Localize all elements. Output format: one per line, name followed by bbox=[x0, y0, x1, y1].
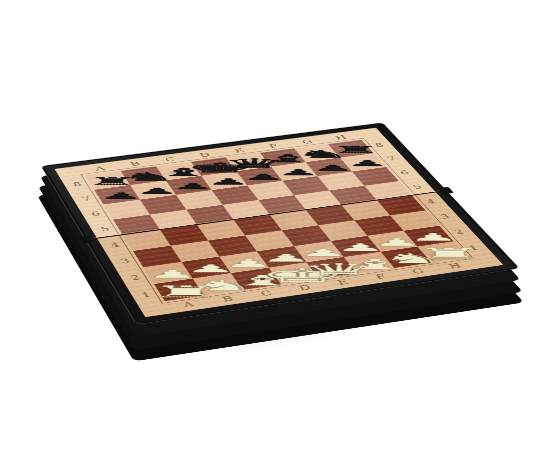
square-b3[interactable] bbox=[171, 241, 220, 262]
scene: AABBCCDDEEFFGGHH1122334455667788 ♜♞♝♚♛♝♞… bbox=[0, 0, 549, 465]
square-b2[interactable] bbox=[181, 257, 230, 279]
square-e3[interactable] bbox=[282, 225, 331, 246]
black-pawn-glyph: ♟ bbox=[27, 191, 214, 200]
page: AABBCCDDEEFFGGHH1122334455667788 ♜♞♝♚♛♝♞… bbox=[0, 0, 549, 465]
chessboard: AABBCCDDEEFFGGHH1122334455667788 ♜♞♝♚♛♝♞… bbox=[41, 122, 520, 324]
